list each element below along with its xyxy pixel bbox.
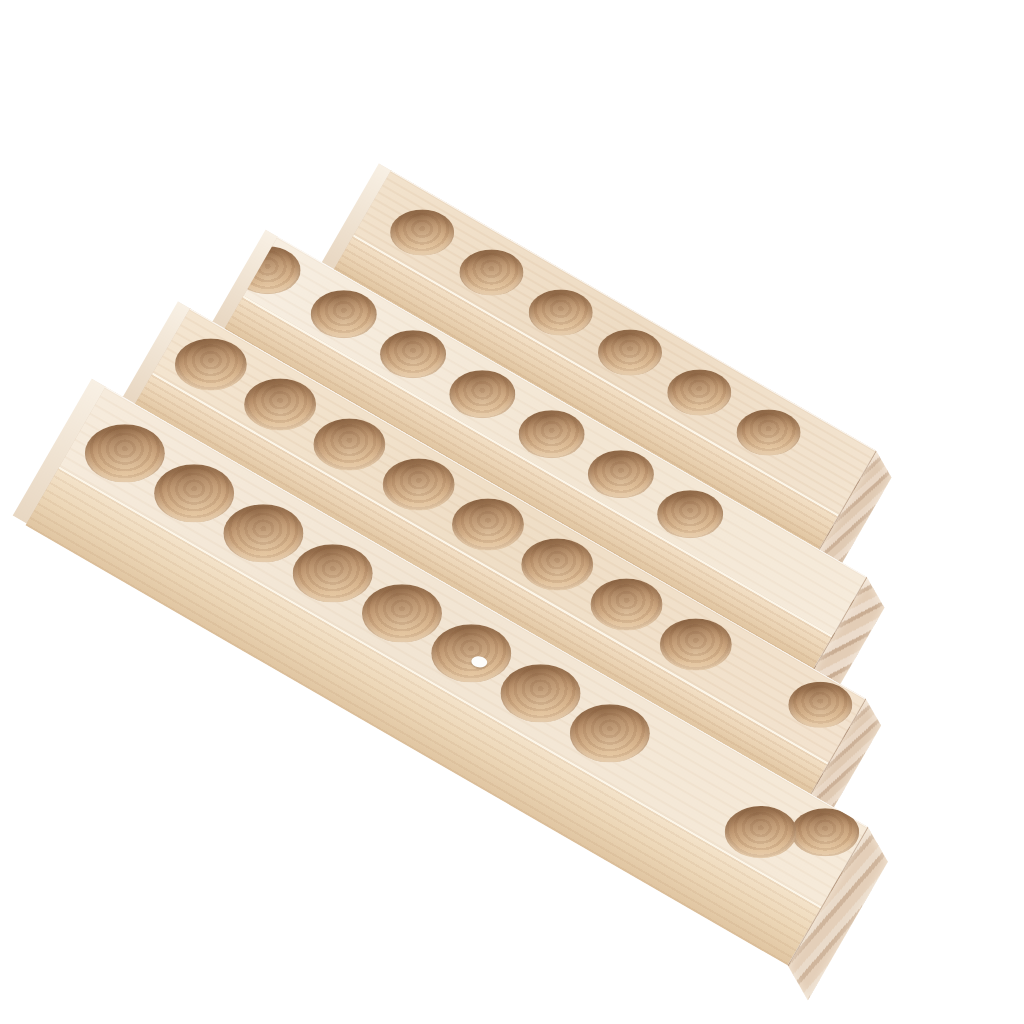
pit	[154, 464, 234, 522]
pit	[390, 209, 454, 255]
pit	[501, 664, 581, 722]
debris-speck	[471, 656, 488, 669]
pit	[660, 618, 732, 670]
pit	[362, 584, 442, 642]
pit	[244, 378, 316, 430]
pit	[311, 290, 377, 338]
pit	[521, 538, 593, 590]
pit	[725, 806, 797, 858]
pit	[570, 704, 650, 762]
pit	[657, 490, 723, 538]
pit	[788, 682, 852, 728]
pit	[223, 504, 303, 562]
product-photo-stage: Four stepped natural unfinished pine woo…	[0, 0, 1024, 1024]
pit	[313, 418, 385, 470]
pit	[380, 330, 446, 378]
pit	[383, 458, 455, 510]
pit	[175, 338, 247, 390]
pit	[588, 450, 654, 498]
pit	[529, 289, 593, 335]
pit	[293, 544, 373, 602]
pit	[598, 329, 662, 375]
pit	[591, 578, 663, 630]
pit	[452, 498, 524, 550]
pit	[737, 409, 801, 455]
wooden-rack	[55, 118, 1024, 982]
pit	[459, 249, 523, 295]
pit	[85, 424, 165, 482]
pit	[449, 370, 515, 418]
pit	[791, 808, 859, 856]
pit	[667, 369, 731, 415]
pit	[431, 624, 511, 682]
pit	[519, 410, 585, 458]
